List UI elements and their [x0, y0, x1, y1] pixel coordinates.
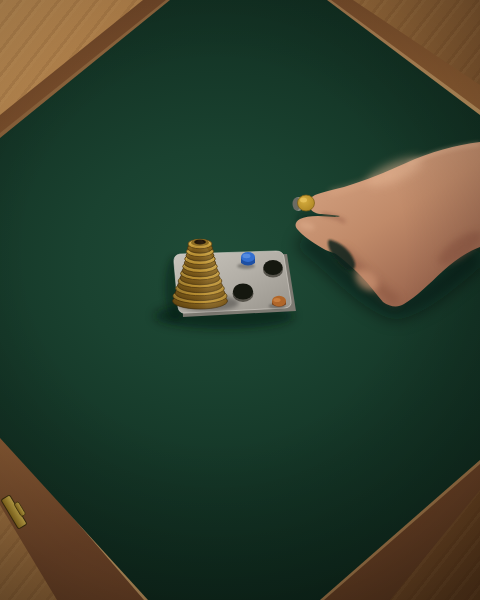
- hole-dark: [263, 260, 282, 275]
- brass-clasp: [1, 493, 31, 529]
- hole-dark: [233, 283, 253, 299]
- peg-highlight: [243, 254, 251, 258]
- hole-center-bottom[interactable]: [233, 283, 254, 302]
- held-yellow-disc[interactable]: [293, 195, 315, 211]
- disc-highlight: [300, 198, 307, 203]
- peg-highlight: [273, 298, 280, 302]
- game-objects: [0, 0, 480, 600]
- disc-face: [298, 195, 315, 211]
- disc-cone[interactable]: [173, 238, 228, 309]
- hole-upper-right[interactable]: [263, 260, 283, 278]
- photo-scene: [0, 0, 480, 600]
